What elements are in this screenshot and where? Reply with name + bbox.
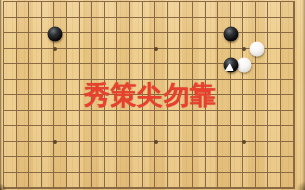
- goban-cell: [180, 157, 193, 173]
- goban-cell: [143, 173, 156, 189]
- goban-cell: [17, 64, 30, 80]
- goban-cell: [281, 33, 294, 49]
- goban-cell: [17, 33, 30, 49]
- goban-cell: [92, 126, 105, 142]
- goban-cell: [268, 157, 281, 173]
- goban-cell: [180, 142, 193, 158]
- goban-cell: [54, 142, 67, 158]
- triangle-marker-icon: [225, 63, 234, 71]
- goban-cell: [180, 49, 193, 65]
- goban-cell: [143, 49, 156, 65]
- goban-cell: [29, 2, 42, 18]
- goban-cell: [4, 80, 17, 96]
- goban-cell: [193, 49, 206, 65]
- left-edge-shadow: [0, 0, 2, 190]
- goban-cell: [17, 173, 30, 189]
- goban-cell: [281, 95, 294, 111]
- goban-cell: [4, 49, 17, 65]
- goban-cell: [117, 142, 130, 158]
- goban-cell: [117, 126, 130, 142]
- goban-cell: [268, 18, 281, 34]
- goban-cell: [67, 126, 80, 142]
- goban-cell: [206, 18, 219, 34]
- goban-cell: [155, 49, 168, 65]
- goban-cell: [42, 64, 55, 80]
- goban-cell: [130, 18, 143, 34]
- goban-cell: [67, 64, 80, 80]
- goban-cell: [92, 18, 105, 34]
- goban-cell: [17, 126, 30, 142]
- goban-cell: [281, 157, 294, 173]
- goban-cell: [105, 126, 118, 142]
- goban-cell: [29, 126, 42, 142]
- goban-cell: [80, 2, 93, 18]
- goban-cell: [42, 80, 55, 96]
- goban-cell: [256, 142, 269, 158]
- black-stone[interactable]: [224, 26, 239, 41]
- star-point: [154, 47, 158, 51]
- goban-cell: [67, 157, 80, 173]
- goban-cell: [42, 173, 55, 189]
- goban-cell: [168, 126, 181, 142]
- goban-cell: [218, 173, 231, 189]
- goban-cell: [268, 33, 281, 49]
- goban-cell: [206, 173, 219, 189]
- goban-cell: [193, 173, 206, 189]
- goban-cell: [105, 142, 118, 158]
- black-stone[interactable]: [47, 26, 62, 41]
- star-point: [154, 140, 158, 144]
- goban-cell: [143, 126, 156, 142]
- goban-cell: [155, 18, 168, 34]
- goban-cell: [193, 126, 206, 142]
- goban-cell: [42, 157, 55, 173]
- bottom-right-vignette: [297, 180, 305, 190]
- goban-cell: [67, 111, 80, 127]
- goban-cell: [268, 2, 281, 18]
- goban-cell: [281, 2, 294, 18]
- goban-cell: [29, 142, 42, 158]
- goban-cell: [193, 33, 206, 49]
- goban-cell: [243, 111, 256, 127]
- goban-cell: [180, 33, 193, 49]
- goban-cell: [281, 64, 294, 80]
- goban-cell: [168, 2, 181, 18]
- goban-cell: [130, 33, 143, 49]
- goban-cell: [92, 49, 105, 65]
- goban-cell: [243, 2, 256, 18]
- goban-cell: [231, 95, 244, 111]
- goban-cell: [243, 126, 256, 142]
- goban-cell: [54, 173, 67, 189]
- goban-cell: [80, 126, 93, 142]
- goban-cell: [117, 33, 130, 49]
- goban-cell: [243, 142, 256, 158]
- goban-cell: [42, 111, 55, 127]
- goban-cell: [17, 142, 30, 158]
- goban-cell: [29, 173, 42, 189]
- goban-cell: [143, 33, 156, 49]
- goban-cell: [243, 173, 256, 189]
- goban-cell: [143, 18, 156, 34]
- goban-cell: [155, 142, 168, 158]
- goban-cell: [268, 95, 281, 111]
- bottom-left-vignette: [0, 183, 7, 190]
- goban-cell: [168, 18, 181, 34]
- goban-cell: [281, 126, 294, 142]
- goban-cell: [193, 2, 206, 18]
- goban-cell: [4, 157, 17, 173]
- goban-cell: [168, 49, 181, 65]
- goban-cell: [206, 49, 219, 65]
- goban-cell: [256, 173, 269, 189]
- white-stone[interactable]: [249, 42, 264, 57]
- goban-cell: [256, 18, 269, 34]
- goban-cell: [4, 18, 17, 34]
- goban-cell: [17, 95, 30, 111]
- goban-cell: [206, 2, 219, 18]
- goban-cell: [29, 33, 42, 49]
- goban-cell: [218, 126, 231, 142]
- goban-cell: [256, 80, 269, 96]
- goban-cell: [67, 80, 80, 96]
- goban-cell: [143, 142, 156, 158]
- goban-cell: [281, 49, 294, 65]
- goban-cell: [281, 18, 294, 34]
- star-point: [53, 47, 57, 51]
- goban-cell: [4, 95, 17, 111]
- goban-cell: [180, 126, 193, 142]
- goban-cell: [105, 33, 118, 49]
- goban-cell: [29, 18, 42, 34]
- goban-cell: [17, 49, 30, 65]
- goban-cell: [42, 142, 55, 158]
- goban-cell: [105, 49, 118, 65]
- goban-cell: [4, 33, 17, 49]
- goban-cell: [268, 49, 281, 65]
- goban-cell: [243, 95, 256, 111]
- goban-cell: [256, 126, 269, 142]
- goban-cell: [155, 126, 168, 142]
- goban-cell: [256, 2, 269, 18]
- goban-cell: [54, 80, 67, 96]
- goban-cell: [268, 142, 281, 158]
- goban-cell: [54, 2, 67, 18]
- goban-cell: [54, 126, 67, 142]
- goban-cell: [4, 142, 17, 158]
- goban-cell: [130, 2, 143, 18]
- goban-cell: [42, 49, 55, 65]
- goban-cell: [268, 80, 281, 96]
- goban-cell: [231, 157, 244, 173]
- goban-cell: [117, 18, 130, 34]
- goban-cell: [155, 157, 168, 173]
- goban-cell: [281, 111, 294, 127]
- goban-cell: [17, 111, 30, 127]
- goban-cell: [92, 33, 105, 49]
- goban-cell: [268, 64, 281, 80]
- goban-cell: [92, 2, 105, 18]
- goban-cell: [256, 111, 269, 127]
- goban-cell: [29, 157, 42, 173]
- goban-cell: [54, 111, 67, 127]
- goban-cell: [4, 126, 17, 142]
- star-point: [242, 47, 246, 51]
- goban-cell: [17, 2, 30, 18]
- right-edge-shadow: [302, 0, 305, 190]
- goban-cell: [105, 173, 118, 189]
- goban-cell: [67, 18, 80, 34]
- goban-cell: [4, 64, 17, 80]
- goban-cell: [155, 173, 168, 189]
- goban-cell: [180, 18, 193, 34]
- goban-cell: [218, 2, 231, 18]
- goban-cell: [67, 173, 80, 189]
- goban-cell: [92, 157, 105, 173]
- goban-cell: [105, 2, 118, 18]
- goban-cell: [143, 157, 156, 173]
- goban-cell: [80, 142, 93, 158]
- goban-cell: [67, 49, 80, 65]
- goban-cell: [231, 111, 244, 127]
- goban-cell: [231, 2, 244, 18]
- goban-cell: [168, 157, 181, 173]
- goban-cell: [193, 142, 206, 158]
- goban-cell: [218, 111, 231, 127]
- goban-cell: [180, 173, 193, 189]
- goban-cell: [256, 64, 269, 80]
- goban-cell: [29, 111, 42, 127]
- goban-cell: [80, 33, 93, 49]
- goban-cell: [218, 142, 231, 158]
- goban-cell: [54, 157, 67, 173]
- goban-cell: [67, 142, 80, 158]
- goban-cell: [67, 33, 80, 49]
- goban-cell: [168, 173, 181, 189]
- goban-cell: [130, 157, 143, 173]
- goban-cell: [243, 80, 256, 96]
- goban-cell: [105, 157, 118, 173]
- goban-cell: [117, 49, 130, 65]
- goban-cell: [155, 2, 168, 18]
- goban-cell: [42, 95, 55, 111]
- goban-cell: [117, 157, 130, 173]
- star-point: [53, 140, 57, 144]
- goban-cell: [268, 126, 281, 142]
- goban-cell: [80, 18, 93, 34]
- goban-cell: [42, 126, 55, 142]
- goban-cell: [243, 18, 256, 34]
- goban-cell: [130, 173, 143, 189]
- goban-cell: [130, 126, 143, 142]
- goban-cell: [54, 95, 67, 111]
- goban-cell: [180, 2, 193, 18]
- goban-cell: [193, 157, 206, 173]
- star-point: [242, 140, 246, 144]
- goban-cell: [80, 173, 93, 189]
- goban-cell: [105, 18, 118, 34]
- goban-cell: [17, 18, 30, 34]
- goban-cell: [256, 157, 269, 173]
- goban-cell: [206, 142, 219, 158]
- goban-cell: [17, 80, 30, 96]
- goban-cell: [29, 49, 42, 65]
- goban-cell: [206, 126, 219, 142]
- goban-cell: [29, 95, 42, 111]
- goban-cell: [281, 80, 294, 96]
- goban-cell: [155, 33, 168, 49]
- goban-cell: [29, 80, 42, 96]
- goban-cell: [281, 142, 294, 158]
- goban-cell: [268, 111, 281, 127]
- goban-cell: [268, 173, 281, 189]
- goban-cell: [17, 157, 30, 173]
- goban-cell: [117, 173, 130, 189]
- goban-cell: [42, 2, 55, 18]
- goban-cell: [218, 157, 231, 173]
- goban-cell: [206, 157, 219, 173]
- goban-cell: [4, 2, 17, 18]
- go-board-frame: 秀策尖勿靠: [0, 0, 305, 190]
- goban-cell: [256, 95, 269, 111]
- goban-cell: [206, 33, 219, 49]
- goban-cell: [130, 142, 143, 158]
- proverb-overlay: 秀策尖勿靠: [84, 78, 217, 113]
- goban-cell: [67, 95, 80, 111]
- goban-cell: [67, 2, 80, 18]
- goban-cell: [281, 173, 294, 189]
- goban-cell: [231, 142, 244, 158]
- goban-cell: [218, 80, 231, 96]
- goban-cell: [4, 111, 17, 127]
- goban-cell: [92, 173, 105, 189]
- goban-cell: [168, 142, 181, 158]
- goban-cell: [168, 33, 181, 49]
- goban-cell: [231, 126, 244, 142]
- goban-cell: [117, 2, 130, 18]
- goban-cell: [193, 18, 206, 34]
- goban-cell: [231, 80, 244, 96]
- black-stone[interactable]: [224, 57, 239, 72]
- goban-cell: [54, 49, 67, 65]
- goban-cell: [54, 64, 67, 80]
- goban-cell: [92, 142, 105, 158]
- goban-cell: [80, 157, 93, 173]
- goban-cell: [143, 2, 156, 18]
- goban-cell: [231, 173, 244, 189]
- goban-cell: [243, 157, 256, 173]
- goban-cell: [218, 95, 231, 111]
- goban-cell: [130, 49, 143, 65]
- goban-cell: [80, 49, 93, 65]
- goban-cell: [29, 64, 42, 80]
